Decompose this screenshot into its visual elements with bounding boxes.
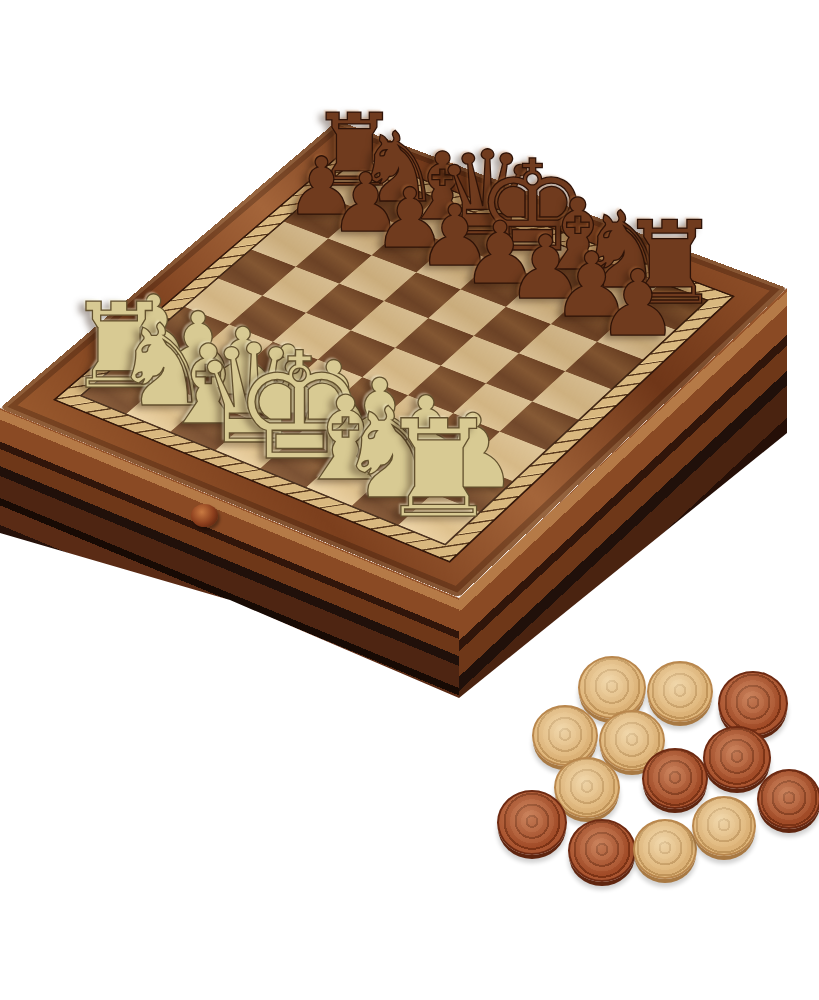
- dark-checker-disc[interactable]: [497, 790, 567, 855]
- white-rook-h1[interactable]: ♜: [379, 403, 500, 538]
- light-checker-disc[interactable]: [633, 819, 697, 879]
- dark-checker-disc[interactable]: [568, 819, 636, 882]
- drawer-knob[interactable]: [191, 504, 218, 527]
- light-checker-disc[interactable]: [647, 661, 713, 722]
- light-checker-disc[interactable]: [692, 796, 756, 856]
- dark-checker-disc[interactable]: [642, 748, 708, 809]
- product-photo-scene: ♜♞♝♛♚♝♞♜♟♟♟♟♟♟♟♟♟♟♟♟♟♟♟♟♜♞♝♛♚♝♞♜: [0, 0, 819, 1000]
- dark-checker-disc[interactable]: [703, 726, 771, 789]
- black-pawn-h7[interactable]: ♟: [597, 258, 679, 349]
- dark-checker-disc[interactable]: [757, 769, 819, 829]
